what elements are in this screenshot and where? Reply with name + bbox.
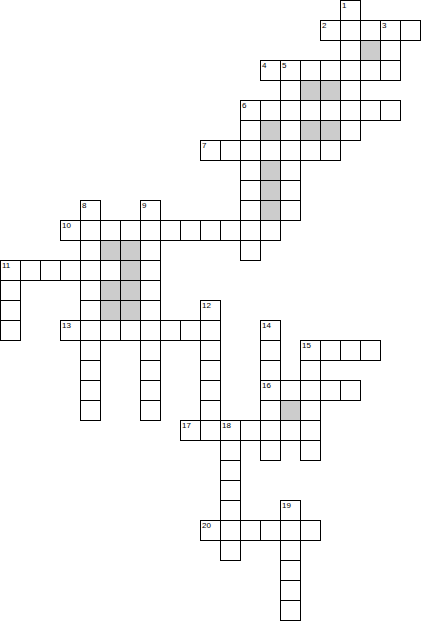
grid-cell[interactable] — [280, 140, 301, 161]
grid-cell[interactable]: 4 — [260, 60, 281, 81]
grid-cell[interactable]: 1 — [340, 0, 361, 21]
grid-cell[interactable] — [80, 360, 101, 381]
grid-cell[interactable] — [120, 320, 141, 341]
clue-number: 8 — [82, 201, 86, 210]
grid-cell[interactable]: 19 — [280, 500, 301, 521]
grid-cell[interactable] — [220, 520, 241, 541]
grid-cell[interactable] — [240, 160, 261, 181]
grid-cell[interactable] — [140, 280, 161, 301]
grid-cell[interactable] — [260, 220, 281, 241]
grid-cell[interactable] — [280, 180, 301, 201]
shaded-cell — [320, 80, 341, 101]
clue-number: 15 — [302, 341, 311, 350]
grid-cell[interactable] — [240, 180, 261, 201]
grid-cell[interactable] — [260, 420, 281, 441]
grid-cell[interactable] — [400, 20, 421, 41]
grid-cell[interactable] — [320, 340, 341, 361]
grid-cell[interactable] — [260, 100, 281, 121]
grid-cell[interactable] — [340, 120, 361, 141]
grid-cell[interactable] — [380, 60, 401, 81]
grid-cell[interactable] — [240, 220, 261, 241]
grid-cell[interactable] — [340, 100, 361, 121]
grid-cell[interactable] — [260, 340, 281, 361]
grid-cell[interactable] — [340, 340, 361, 361]
grid-cell[interactable]: 16 — [260, 380, 281, 401]
shaded-cell — [120, 260, 141, 281]
shaded-cell — [260, 120, 281, 141]
grid-cell[interactable] — [260, 140, 281, 161]
shaded-cell — [120, 240, 141, 261]
grid-cell[interactable] — [360, 20, 381, 41]
clue-number: 7 — [202, 141, 206, 150]
grid-cell[interactable] — [100, 220, 121, 241]
grid-cell[interactable]: 18 — [220, 420, 241, 441]
clue-number: 20 — [202, 521, 211, 530]
grid-cell[interactable] — [80, 280, 101, 301]
grid-cell[interactable] — [280, 120, 301, 141]
clue-number: 1 — [342, 1, 346, 10]
grid-cell[interactable] — [180, 320, 201, 341]
shaded-cell — [280, 400, 301, 421]
grid-cell[interactable]: 6 — [240, 100, 261, 121]
grid-cell[interactable] — [300, 380, 321, 401]
grid-cell[interactable] — [300, 520, 321, 541]
grid-cell[interactable]: 12 — [200, 300, 221, 321]
clue-number: 14 — [262, 321, 271, 330]
shaded-cell — [260, 160, 281, 181]
shaded-cell — [300, 80, 321, 101]
grid-cell[interactable] — [240, 420, 261, 441]
grid-cell[interactable] — [340, 40, 361, 61]
grid-cell[interactable] — [200, 360, 221, 381]
grid-cell[interactable] — [240, 120, 261, 141]
clue-number: 12 — [202, 301, 211, 310]
clue-number: 11 — [2, 261, 10, 270]
grid-cell[interactable] — [140, 300, 161, 321]
grid-cell[interactable] — [320, 140, 341, 161]
grid-cell[interactable] — [220, 220, 241, 241]
grid-cell[interactable] — [0, 300, 21, 321]
grid-cell[interactable] — [220, 540, 241, 561]
shaded-cell — [120, 300, 141, 321]
grid-cell[interactable] — [240, 140, 261, 161]
grid-cell[interactable] — [200, 380, 221, 401]
grid-cell[interactable] — [80, 340, 101, 361]
clue-number: 18 — [222, 421, 231, 430]
grid-cell[interactable] — [220, 140, 241, 161]
grid-cell[interactable]: 20 — [200, 520, 221, 541]
grid-cell[interactable] — [240, 520, 261, 541]
grid-cell[interactable] — [140, 320, 161, 341]
grid-cell[interactable] — [320, 380, 341, 401]
grid-cell[interactable] — [300, 400, 321, 421]
clue-number: 6 — [242, 101, 246, 110]
shaded-cell — [300, 120, 321, 141]
grid-cell[interactable] — [160, 220, 181, 241]
clue-number: 4 — [262, 61, 266, 70]
grid-cell[interactable] — [100, 320, 121, 341]
grid-cell[interactable] — [320, 60, 341, 81]
grid-cell[interactable]: 11 — [0, 260, 21, 281]
shaded-cell — [100, 280, 121, 301]
clue-number: 2 — [322, 21, 326, 30]
grid-cell[interactable] — [300, 140, 321, 161]
grid-cell[interactable] — [0, 280, 21, 301]
grid-cell[interactable] — [200, 320, 221, 341]
grid-cell[interactable] — [140, 220, 161, 241]
grid-cell[interactable] — [280, 420, 301, 441]
grid-cell[interactable] — [80, 240, 101, 261]
crossword-grid: 1234567891011121314151617181920 — [1, 1, 421, 621]
grid-cell[interactable] — [240, 200, 261, 221]
grid-cell[interactable] — [320, 100, 341, 121]
shaded-cell — [260, 180, 281, 201]
grid-cell[interactable] — [200, 340, 221, 361]
grid-cell[interactable] — [20, 260, 41, 281]
crossword-page: 1234567891011121314151617181920 — [0, 0, 421, 621]
grid-cell[interactable] — [260, 360, 281, 381]
grid-cell[interactable] — [340, 20, 361, 41]
grid-cell[interactable] — [80, 300, 101, 321]
grid-cell[interactable] — [200, 220, 221, 241]
grid-cell[interactable] — [260, 400, 281, 421]
grid-cell[interactable] — [60, 260, 81, 281]
shaded-cell — [100, 240, 121, 261]
clue-number: 3 — [382, 21, 386, 30]
grid-cell[interactable] — [100, 260, 121, 281]
grid-cell[interactable] — [220, 480, 241, 501]
grid-cell[interactable]: 10 — [60, 220, 81, 241]
grid-cell[interactable] — [80, 260, 101, 281]
shaded-cell — [100, 300, 121, 321]
grid-cell[interactable]: 17 — [180, 420, 201, 441]
clue-number: 5 — [282, 61, 286, 70]
grid-cell[interactable] — [260, 440, 281, 461]
grid-cell[interactable] — [340, 80, 361, 101]
grid-cell[interactable] — [360, 100, 381, 121]
grid-cell[interactable] — [280, 200, 301, 221]
grid-cell[interactable]: 9 — [140, 200, 161, 221]
grid-cell[interactable] — [140, 240, 161, 261]
grid-cell[interactable] — [360, 340, 381, 361]
grid-cell[interactable] — [200, 420, 221, 441]
grid-cell[interactable] — [240, 240, 261, 261]
grid-cell[interactable]: 13 — [60, 320, 81, 341]
grid-cell[interactable] — [280, 600, 301, 621]
grid-cell[interactable]: 7 — [200, 140, 221, 161]
clue-number: 17 — [182, 421, 191, 430]
clue-number: 19 — [282, 501, 291, 510]
clue-number: 9 — [142, 201, 146, 210]
grid-cell[interactable]: 3 — [380, 20, 401, 41]
grid-cell[interactable] — [300, 60, 321, 81]
shaded-cell — [320, 120, 341, 141]
shaded-cell — [120, 280, 141, 301]
grid-cell[interactable] — [220, 500, 241, 521]
grid-cell[interactable] — [0, 320, 21, 341]
grid-cell[interactable] — [280, 560, 301, 581]
grid-cell[interactable] — [380, 40, 401, 61]
grid-cell[interactable] — [380, 100, 401, 121]
grid-cell[interactable] — [300, 360, 321, 381]
clue-number: 16 — [262, 381, 271, 390]
grid-cell[interactable] — [260, 520, 281, 541]
grid-cell[interactable] — [140, 360, 161, 381]
grid-cell[interactable] — [80, 220, 101, 241]
grid-cell[interactable] — [140, 340, 161, 361]
grid-cell[interactable] — [200, 400, 221, 421]
grid-cell[interactable] — [280, 380, 301, 401]
grid-cell[interactable] — [300, 100, 321, 121]
grid-cell[interactable] — [140, 260, 161, 281]
grid-cell[interactable] — [80, 320, 101, 341]
grid-cell[interactable] — [280, 160, 301, 181]
grid-cell[interactable]: 8 — [80, 200, 101, 221]
shaded-cell — [360, 40, 381, 61]
grid-cell[interactable] — [180, 220, 201, 241]
grid-cell[interactable] — [280, 80, 301, 101]
clue-number: 10 — [62, 221, 71, 230]
grid-cell[interactable] — [120, 220, 141, 241]
grid-cell[interactable] — [80, 400, 101, 421]
grid-cell[interactable]: 5 — [280, 60, 301, 81]
grid-cell[interactable] — [40, 260, 61, 281]
grid-cell[interactable] — [140, 380, 161, 401]
grid-cell[interactable]: 15 — [300, 340, 321, 361]
grid-cell[interactable] — [160, 320, 181, 341]
grid-cell[interactable] — [300, 420, 321, 441]
grid-cell[interactable] — [220, 460, 241, 481]
grid-cell[interactable] — [220, 440, 241, 461]
grid-cell[interactable]: 2 — [320, 20, 341, 41]
grid-cell[interactable] — [80, 380, 101, 401]
grid-cell[interactable] — [340, 60, 361, 81]
grid-cell[interactable] — [280, 100, 301, 121]
clue-number: 13 — [62, 321, 71, 330]
grid-cell[interactable] — [360, 60, 381, 81]
shaded-cell — [260, 200, 281, 221]
grid-cell[interactable] — [340, 380, 361, 401]
grid-cell[interactable]: 14 — [260, 320, 281, 341]
grid-cell[interactable] — [280, 540, 301, 561]
grid-cell[interactable] — [300, 440, 321, 461]
grid-cell[interactable] — [140, 400, 161, 421]
grid-cell[interactable] — [280, 580, 301, 601]
grid-cell[interactable] — [280, 520, 301, 541]
